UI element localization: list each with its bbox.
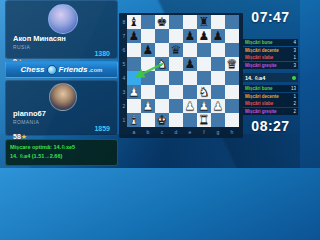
white-piece-b2[interactable]: ♟ xyxy=(141,99,155,113)
square-g2[interactable]: ♟ xyxy=(211,99,225,113)
black-piece-c8[interactable]: ♚ xyxy=(155,15,169,29)
black-player-rating: 1380 xyxy=(94,50,110,57)
square-a7[interactable]: ♟ xyxy=(127,29,141,43)
square-d5[interactable] xyxy=(169,57,183,71)
square-h7[interactable] xyxy=(225,29,239,43)
square-f4[interactable] xyxy=(197,71,211,85)
square-f7[interactable]: ♟ xyxy=(197,29,211,43)
square-f1[interactable]: ♜ xyxy=(197,113,211,127)
black-piece-g7[interactable]: ♟ xyxy=(211,29,225,43)
stat-label: Mișcări slabe xyxy=(245,55,273,60)
square-d3[interactable] xyxy=(169,85,183,99)
chessfriends-logo-banner[interactable]: Chess Friends .com xyxy=(5,61,118,78)
stat-row: Mișcări bune4 xyxy=(243,39,298,46)
stat-label: Mișcări greșite xyxy=(245,63,277,68)
globe-icon xyxy=(47,65,57,75)
square-e3[interactable] xyxy=(183,85,197,99)
stat-label: Mișcări slabe xyxy=(245,101,273,106)
square-d4[interactable] xyxy=(169,71,183,85)
stat-value: 2 xyxy=(293,109,296,114)
square-f8[interactable]: ♜ xyxy=(197,15,211,29)
white-piece-f2[interactable]: ♟ xyxy=(197,99,211,113)
stat-row: Mișcări decente1 xyxy=(243,93,298,100)
square-e1[interactable] xyxy=(183,113,197,127)
stat-label: Mișcări bune xyxy=(245,86,273,91)
white-clock: 08:27 xyxy=(243,118,298,134)
square-b6[interactable]: ♟ xyxy=(141,43,155,57)
square-c5[interactable]: ♞ xyxy=(155,57,169,71)
stat-row: Mișcări greșite3 xyxy=(243,62,298,69)
file-label-f: f xyxy=(197,128,211,136)
square-c7[interactable] xyxy=(155,29,169,43)
square-g4[interactable] xyxy=(211,71,225,85)
file-label-d: d xyxy=(169,128,183,136)
stat-label: Mișcări decente xyxy=(245,94,279,99)
square-d6[interactable]: ♛ xyxy=(169,43,183,57)
stat-value: 3 xyxy=(293,48,296,53)
white-piece-h5[interactable]: ♛ xyxy=(225,57,239,71)
stat-row: Mișcări slabe2 xyxy=(243,100,298,107)
white-piece-g2[interactable]: ♟ xyxy=(211,99,225,113)
square-c3[interactable] xyxy=(155,85,169,99)
square-h8[interactable] xyxy=(225,15,239,29)
file-label-c: c xyxy=(155,128,169,136)
square-f5[interactable] xyxy=(197,57,211,71)
square-h4[interactable] xyxy=(225,71,239,85)
stat-row: Mișcări slabe1 xyxy=(243,54,298,61)
player-card-black: Акоп Минасян RUSIA 9★ 1380 xyxy=(5,0,118,59)
square-h5[interactable]: ♛ xyxy=(225,57,239,71)
black-piece-b6[interactable]: ♟ xyxy=(141,43,155,57)
square-e4[interactable] xyxy=(183,71,197,85)
white-piece-a1[interactable]: ♝ xyxy=(127,113,141,127)
stat-row: Mișcări greșite2 xyxy=(243,108,298,115)
black-piece-f8[interactable]: ♜ xyxy=(197,15,211,29)
white-piece-e2[interactable]: ♟ xyxy=(183,99,197,113)
black-clock: 07:47 xyxy=(243,9,298,25)
square-e8[interactable] xyxy=(183,15,197,29)
square-b5[interactable] xyxy=(141,57,155,71)
square-b7[interactable] xyxy=(141,29,155,43)
square-a6[interactable] xyxy=(127,43,141,57)
square-c6[interactable] xyxy=(155,43,169,57)
square-g7[interactable]: ♟ xyxy=(211,29,225,43)
file-label-b: b xyxy=(141,128,155,136)
white-player-name: pianno67 xyxy=(13,109,110,118)
stat-value: 2 xyxy=(293,101,296,106)
file-label-a: a xyxy=(127,128,141,136)
square-g3[interactable] xyxy=(211,85,225,99)
current-move-text: 14. ♘a4 xyxy=(245,75,265,81)
square-e2[interactable]: ♟ xyxy=(183,99,197,113)
square-d1[interactable] xyxy=(169,113,183,127)
white-piece-f3[interactable]: ♞ xyxy=(197,85,211,99)
white-piece-c1[interactable]: ♚ xyxy=(155,113,169,127)
black-piece-f7[interactable]: ♟ xyxy=(197,29,211,43)
white-piece-f1[interactable]: ♜ xyxy=(197,113,211,127)
square-b2[interactable]: ♟ xyxy=(141,99,155,113)
square-f3[interactable]: ♞ xyxy=(197,85,211,99)
stat-label: Mișcări decente xyxy=(245,48,279,53)
square-b4[interactable] xyxy=(141,71,155,85)
player-card-white: pianno67 ROMANIA 58★ 1859 xyxy=(5,80,118,136)
move-quality-dot xyxy=(292,76,296,80)
square-a2[interactable] xyxy=(127,99,141,113)
white-piece-c5[interactable]: ♞ xyxy=(155,57,169,71)
stat-label: Mișcări bune xyxy=(245,40,273,45)
square-d8[interactable] xyxy=(169,15,183,29)
black-piece-d6[interactable]: ♛ xyxy=(169,43,183,57)
square-g5[interactable] xyxy=(211,57,225,71)
square-a1[interactable]: ♝ xyxy=(127,113,141,127)
square-e7[interactable]: ♟ xyxy=(183,29,197,43)
optimal-move-line: Mișcare optimă: 14.♘xe5 xyxy=(10,143,113,152)
black-player-stats-row: 9★ 1380 xyxy=(13,50,110,58)
black-piece-e7[interactable]: ♟ xyxy=(183,29,197,43)
square-a4[interactable] xyxy=(127,71,141,85)
square-g6[interactable] xyxy=(211,43,225,57)
square-h6[interactable] xyxy=(225,43,239,57)
stat-value: 13 xyxy=(291,86,296,91)
square-a8[interactable]: ♝ xyxy=(127,15,141,29)
square-b3[interactable] xyxy=(141,85,155,99)
stat-value: 4 xyxy=(293,40,296,45)
square-d2[interactable] xyxy=(169,99,183,113)
black-piece-a8[interactable]: ♝ xyxy=(127,15,141,29)
stat-value: 1 xyxy=(293,55,296,60)
black-player-name: Акоп Минасян xyxy=(13,34,110,43)
black-piece-e5[interactable]: ♟ xyxy=(183,57,197,71)
stat-row: Mișcări bune13 xyxy=(243,85,298,92)
stat-label: Mișcări greșite xyxy=(245,109,277,114)
played-move-eval-line: 14. ♘a4 (1.51→2.66) xyxy=(10,152,113,161)
stat-value: 1 xyxy=(293,94,296,99)
chessfriends-game-screen: { "game": "chess", "position": { "fen": … xyxy=(0,0,300,168)
square-c8[interactable]: ♚ xyxy=(155,15,169,29)
chess-board[interactable]: ♝♚♜♟♟♟♟♟♛♞♟♛♟♞♟♟♟♟♝♚♜ xyxy=(127,15,239,127)
stat-value: 3 xyxy=(293,63,296,68)
file-label-g: g xyxy=(211,128,225,136)
square-d7[interactable] xyxy=(169,29,183,43)
square-h3[interactable] xyxy=(225,85,239,99)
white-move-quality-stats: Mișcări bune13Mișcări decente1Mișcări sl… xyxy=(243,85,298,115)
white-piece-a3[interactable]: ♟ xyxy=(127,85,141,99)
avatar-black-player[interactable] xyxy=(48,4,78,34)
square-h1[interactable] xyxy=(225,113,239,127)
file-labels: abcdefgh xyxy=(127,128,239,136)
square-b1[interactable] xyxy=(141,113,155,127)
square-f2[interactable]: ♟ xyxy=(197,99,211,113)
square-g8[interactable] xyxy=(211,15,225,29)
square-f6[interactable] xyxy=(197,43,211,57)
brand-com-text: .com xyxy=(88,67,102,73)
square-b8[interactable] xyxy=(141,15,155,29)
brand-chess-text: Chess xyxy=(21,65,45,74)
square-e6[interactable] xyxy=(183,43,197,57)
square-c2[interactable] xyxy=(155,99,169,113)
file-label-e: e xyxy=(183,128,197,136)
stat-row: Mișcări decente3 xyxy=(243,47,298,54)
file-label-h: h xyxy=(225,128,239,136)
square-c4[interactable] xyxy=(155,71,169,85)
analysis-optimal-move-box: Mișcare optimă: 14.♘xe5 14. ♘a4 (1.51→2.… xyxy=(5,139,118,166)
square-g1[interactable] xyxy=(211,113,225,127)
avatar-white-player[interactable] xyxy=(49,83,77,111)
move-list-current-move[interactable]: 14. ♘a4 xyxy=(243,73,298,82)
square-c1[interactable]: ♚ xyxy=(155,113,169,127)
square-h2[interactable] xyxy=(225,99,239,113)
square-a5[interactable] xyxy=(127,57,141,71)
black-move-quality-stats: Mișcări bune4Mișcări decente3Mișcări sla… xyxy=(243,39,298,69)
square-e5[interactable]: ♟ xyxy=(183,57,197,71)
white-player-stats-row: 58★ 1859 xyxy=(13,125,110,133)
black-piece-a7[interactable]: ♟ xyxy=(127,29,141,43)
white-player-rating: 1859 xyxy=(94,125,110,132)
brand-friends-text: Friends xyxy=(59,65,88,74)
square-a3[interactable]: ♟ xyxy=(127,85,141,99)
